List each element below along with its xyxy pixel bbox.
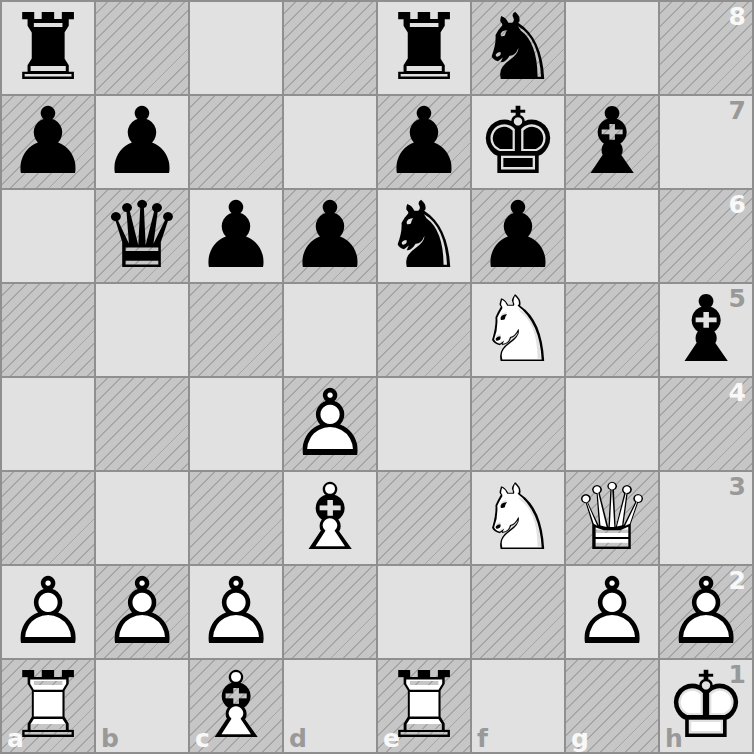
file-label-d: d [289,726,307,751]
black-pawn-icon[interactable]: ♟ [95,95,189,189]
square-f8[interactable]: ♞ [471,1,565,95]
file-label-f: f [477,726,488,751]
square-g6[interactable] [565,189,659,283]
rank-label-3: 3 [729,474,746,499]
square-a1[interactable]: a♜♖ [1,659,95,753]
square-f2[interactable] [471,565,565,659]
square-d6[interactable]: ♟ [283,189,377,283]
black-pawn-icon[interactable]: ♟ [283,189,377,283]
square-h2[interactable]: 2♟♙ [659,565,753,659]
black-pawn-icon[interactable]: ♟ [377,95,471,189]
white-king-icon[interactable]: ♚♔ [659,659,753,753]
square-b7[interactable]: ♟ [95,95,189,189]
square-g4[interactable] [565,377,659,471]
square-b8[interactable] [95,1,189,95]
white-bishop-icon[interactable]: ♝♗ [189,659,283,753]
square-d3[interactable]: ♝♗ [283,471,377,565]
square-a7[interactable]: ♟ [1,95,95,189]
black-bishop-icon[interactable]: ♝ [659,283,753,377]
square-c4[interactable] [189,377,283,471]
black-knight-icon[interactable]: ♞ [377,189,471,283]
square-e2[interactable] [377,565,471,659]
square-h5[interactable]: 5♝ [659,283,753,377]
white-pawn-icon[interactable]: ♟♙ [95,565,189,659]
square-f6[interactable]: ♟ [471,189,565,283]
rank-label-8: 8 [729,4,746,29]
square-c3[interactable] [189,471,283,565]
square-e4[interactable] [377,377,471,471]
square-c2[interactable]: ♟♙ [189,565,283,659]
square-a8[interactable]: ♜ [1,1,95,95]
chess-board: ♜♜♞8♟♟♟♚♝7♛♟♟♞♟6♞♘5♝♟♙4♝♗♞♘♛♕3♟♙♟♙♟♙♟♙2♟… [0,0,754,754]
square-d2[interactable] [283,565,377,659]
square-a3[interactable] [1,471,95,565]
square-d7[interactable] [283,95,377,189]
square-c1[interactable]: c♝♗ [189,659,283,753]
square-c5[interactable] [189,283,283,377]
black-rook-icon[interactable]: ♜ [377,1,471,95]
square-g3[interactable]: ♛♕ [565,471,659,565]
square-d4[interactable]: ♟♙ [283,377,377,471]
square-d5[interactable] [283,283,377,377]
white-pawn-icon[interactable]: ♟♙ [659,565,753,659]
square-g7[interactable]: ♝ [565,95,659,189]
square-h8[interactable]: 8 [659,1,753,95]
white-bishop-icon[interactable]: ♝♗ [283,471,377,565]
white-knight-icon[interactable]: ♞♘ [471,283,565,377]
white-rook-icon[interactable]: ♜♖ [1,659,95,753]
file-label-g: g [571,726,589,751]
square-e7[interactable]: ♟ [377,95,471,189]
square-c8[interactable] [189,1,283,95]
square-h6[interactable]: 6 [659,189,753,283]
black-rook-icon[interactable]: ♜ [1,1,95,95]
square-a4[interactable] [1,377,95,471]
black-queen-icon[interactable]: ♛ [95,189,189,283]
white-pawn-icon[interactable]: ♟♙ [565,565,659,659]
rank-label-4: 4 [729,380,746,405]
rank-label-6: 6 [729,192,746,217]
black-pawn-icon[interactable]: ♟ [1,95,95,189]
white-rook-icon[interactable]: ♜♖ [377,659,471,753]
square-f7[interactable]: ♚ [471,95,565,189]
rank-label-7: 7 [729,98,746,123]
square-c6[interactable]: ♟ [189,189,283,283]
square-h4[interactable]: 4 [659,377,753,471]
square-a2[interactable]: ♟♙ [1,565,95,659]
black-bishop-icon[interactable]: ♝ [565,95,659,189]
square-b4[interactable] [95,377,189,471]
square-a6[interactable] [1,189,95,283]
black-king-icon[interactable]: ♚ [471,95,565,189]
white-queen-icon[interactable]: ♛♕ [565,471,659,565]
square-c7[interactable] [189,95,283,189]
white-pawn-icon[interactable]: ♟♙ [189,565,283,659]
square-b1[interactable]: b [95,659,189,753]
square-f3[interactable]: ♞♘ [471,471,565,565]
square-f4[interactable] [471,377,565,471]
black-pawn-icon[interactable]: ♟ [189,189,283,283]
white-pawn-icon[interactable]: ♟♙ [283,377,377,471]
square-a5[interactable] [1,283,95,377]
square-e3[interactable] [377,471,471,565]
square-d1[interactable]: d [283,659,377,753]
square-b2[interactable]: ♟♙ [95,565,189,659]
square-e6[interactable]: ♞ [377,189,471,283]
square-e5[interactable] [377,283,471,377]
square-d8[interactable] [283,1,377,95]
black-pawn-icon[interactable]: ♟ [471,189,565,283]
white-pawn-icon[interactable]: ♟♙ [1,565,95,659]
square-b6[interactable]: ♛ [95,189,189,283]
file-label-b: b [101,726,119,751]
square-b5[interactable] [95,283,189,377]
square-g5[interactable] [565,283,659,377]
square-g8[interactable] [565,1,659,95]
square-f1[interactable]: f [471,659,565,753]
white-knight-icon[interactable]: ♞♘ [471,471,565,565]
square-f5[interactable]: ♞♘ [471,283,565,377]
square-h3[interactable]: 3 [659,471,753,565]
square-e1[interactable]: e♜♖ [377,659,471,753]
square-e8[interactable]: ♜ [377,1,471,95]
square-b3[interactable] [95,471,189,565]
square-g1[interactable]: g [565,659,659,753]
square-h1[interactable]: 1h♚♔ [659,659,753,753]
square-h7[interactable]: 7 [659,95,753,189]
black-knight-icon[interactable]: ♞ [471,1,565,95]
square-g2[interactable]: ♟♙ [565,565,659,659]
